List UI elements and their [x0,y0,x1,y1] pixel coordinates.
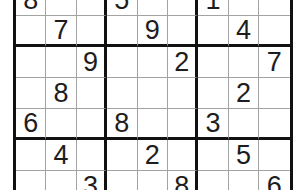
cell-r5c3[interactable] [77,78,107,109]
cell-r7c2[interactable]: 4 [46,140,76,171]
cell-r2c1[interactable]: 8 [16,0,46,16]
cell-r3c1[interactable] [16,16,46,47]
cell-r2c9[interactable] [259,0,289,16]
cell-r8c6[interactable]: 8 [168,171,198,190]
cell-r5c7[interactable] [198,78,228,109]
cell-r2c2[interactable] [46,0,76,16]
cell-r3c8[interactable]: 4 [229,16,259,47]
cell-r5c1[interactable] [16,78,46,109]
cell-r7c4[interactable] [107,140,137,171]
cell-r2c4[interactable]: 5 [107,0,137,16]
cell-r4c5[interactable] [138,47,168,78]
cell-r6c5[interactable] [138,109,168,140]
cell-r7c1[interactable] [16,140,46,171]
cell-r7c5[interactable]: 2 [138,140,168,171]
cell-r5c9[interactable] [259,78,289,109]
cell-r3c4[interactable] [107,16,137,47]
cell-r7c8[interactable]: 5 [229,140,259,171]
cell-r3c6[interactable] [168,16,198,47]
cell-r8c7[interactable] [198,171,228,190]
cell-r8c8[interactable] [229,171,259,190]
cell-r2c5[interactable] [138,0,168,16]
cell-r2c3[interactable] [77,0,107,16]
cell-r5c5[interactable] [138,78,168,109]
cell-r7c7[interactable] [198,140,228,171]
cell-r6c1[interactable]: 6 [16,109,46,140]
cell-r3c5[interactable]: 9 [138,16,168,47]
cell-r3c7[interactable] [198,16,228,47]
cell-r6c8[interactable] [229,109,259,140]
cell-r8c4[interactable] [107,171,137,190]
cell-r8c3[interactable]: 3 [77,171,107,190]
cell-r7c9[interactable] [259,140,289,171]
cell-r2c8[interactable] [229,0,259,16]
cell-r6c3[interactable] [77,109,107,140]
cell-r4c8[interactable] [229,47,259,78]
cell-r4c6[interactable]: 2 [168,47,198,78]
cell-r5c8[interactable]: 2 [229,78,259,109]
cell-r6c4[interactable]: 8 [107,109,137,140]
cell-r6c9[interactable] [259,109,289,140]
cell-r6c2[interactable] [46,109,76,140]
sudoku-screen: 85179492782683425386 [0,0,304,190]
cell-r8c9[interactable]: 6 [259,171,289,190]
cell-r4c4[interactable] [107,47,137,78]
cell-r8c1[interactable] [16,171,46,190]
cell-r3c9[interactable] [259,16,289,47]
cell-r7c6[interactable] [168,140,198,171]
cell-r7c3[interactable] [77,140,107,171]
cell-r8c5[interactable] [138,171,168,190]
cell-r4c2[interactable] [46,47,76,78]
cell-r4c9[interactable]: 7 [259,47,289,78]
cell-r6c6[interactable] [168,109,198,140]
cell-r4c1[interactable] [16,47,46,78]
cell-r5c6[interactable] [168,78,198,109]
cell-r4c3[interactable]: 9 [77,47,107,78]
cell-r8c2[interactable] [46,171,76,190]
cell-r4c7[interactable] [198,47,228,78]
cell-r5c2[interactable]: 8 [46,78,76,109]
sudoku-board: 85179492782683425386 [13,0,293,190]
cell-r6c7[interactable]: 3 [198,109,228,140]
cell-r3c2[interactable]: 7 [46,16,76,47]
cell-r2c6[interactable] [168,0,198,16]
cell-r5c4[interactable] [107,78,137,109]
cell-r2c7[interactable]: 1 [198,0,228,16]
cell-r3c3[interactable] [77,16,107,47]
